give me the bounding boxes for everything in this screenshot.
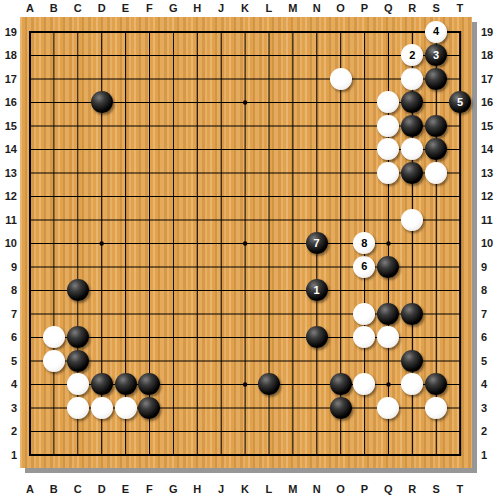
black-stone-C5 bbox=[67, 350, 89, 372]
coordinate-label: 12 bbox=[0, 185, 17, 209]
coordinate-label: 15 bbox=[481, 114, 498, 138]
white-stone-R17 bbox=[401, 68, 423, 90]
coordinate-label: A bbox=[18, 0, 42, 16]
coordinate-label: K bbox=[233, 481, 257, 497]
black-stone-R15 bbox=[401, 115, 423, 137]
coordinate-label: E bbox=[114, 481, 138, 497]
move-number-label: 8 bbox=[361, 238, 367, 249]
coordinate-label: 19 bbox=[0, 20, 17, 44]
move-number-label: 3 bbox=[433, 50, 439, 61]
coordinate-label: H bbox=[185, 0, 209, 16]
move-number-label: 4 bbox=[433, 26, 439, 37]
go-board-diagram: ABCDEFGHJKLMNOPQRST ABCDEFGHJKLMNOPQRST … bbox=[0, 0, 500, 500]
coordinate-label: S bbox=[424, 481, 448, 497]
coordinate-label: A bbox=[18, 481, 42, 497]
coordinate-label: 2 bbox=[481, 420, 498, 444]
coordinate-label: 18 bbox=[0, 44, 17, 68]
black-stone-N10: 7 bbox=[306, 232, 328, 254]
white-stone-Q16 bbox=[377, 91, 399, 113]
left-coordinate-labels: 19181716151413121110987654321 bbox=[0, 20, 17, 467]
coordinate-label: M bbox=[281, 0, 305, 16]
coordinate-label: K bbox=[233, 0, 257, 16]
coordinate-label: D bbox=[90, 0, 114, 16]
white-stone-O17 bbox=[330, 68, 352, 90]
coordinate-label: 3 bbox=[481, 396, 498, 420]
black-stone-O4 bbox=[330, 373, 352, 395]
white-stone-P4 bbox=[353, 373, 375, 395]
coordinate-label: C bbox=[66, 481, 90, 497]
coordinate-label: B bbox=[42, 481, 66, 497]
white-stone-Q15 bbox=[377, 115, 399, 137]
white-stone-S3 bbox=[425, 397, 447, 419]
coordinate-label: 15 bbox=[0, 114, 17, 138]
white-stone-S19: 4 bbox=[425, 21, 447, 43]
move-number-label: 1 bbox=[314, 285, 320, 296]
white-stone-B5 bbox=[43, 350, 65, 372]
coordinate-label: 8 bbox=[481, 279, 498, 303]
top-coordinate-labels: ABCDEFGHJKLMNOPQRST bbox=[18, 0, 473, 16]
coordinate-label: 9 bbox=[481, 255, 498, 279]
coordinate-label: 18 bbox=[481, 44, 498, 68]
black-stone-S15 bbox=[425, 115, 447, 137]
black-stone-N8: 1 bbox=[306, 279, 328, 301]
coordinate-label: 19 bbox=[481, 20, 498, 44]
coordinate-label: 7 bbox=[0, 302, 17, 326]
white-stone-R14 bbox=[401, 138, 423, 160]
coordinate-label: O bbox=[329, 0, 353, 16]
coordinate-label: E bbox=[114, 0, 138, 16]
coordinate-label: G bbox=[161, 0, 185, 16]
coordinate-label: J bbox=[209, 481, 233, 497]
black-stone-Q7 bbox=[377, 303, 399, 325]
black-stone-Q9 bbox=[377, 256, 399, 278]
coordinate-label: R bbox=[400, 0, 424, 16]
coordinate-label: 6 bbox=[481, 326, 498, 350]
black-stone-S18: 3 bbox=[425, 44, 447, 66]
white-stone-R18: 2 bbox=[401, 44, 423, 66]
coordinate-label: N bbox=[305, 481, 329, 497]
coordinate-label: 8 bbox=[0, 279, 17, 303]
coordinate-label: T bbox=[448, 0, 472, 16]
move-number-label: 7 bbox=[314, 238, 320, 249]
coordinate-label: 2 bbox=[0, 420, 17, 444]
white-stone-P10: 8 bbox=[353, 232, 375, 254]
black-stone-O3 bbox=[330, 397, 352, 419]
black-stone-R16 bbox=[401, 91, 423, 113]
black-stone-E4 bbox=[115, 373, 137, 395]
coordinate-label: H bbox=[185, 481, 209, 497]
black-stone-N6 bbox=[306, 326, 328, 348]
coordinate-label: P bbox=[352, 0, 376, 16]
bottom-coordinate-labels: ABCDEFGHJKLMNOPQRST bbox=[18, 481, 473, 497]
coordinate-label: 1 bbox=[481, 443, 498, 467]
coordinate-label: G bbox=[161, 481, 185, 497]
coordinate-label: L bbox=[257, 0, 281, 16]
coordinate-label: T bbox=[448, 481, 472, 497]
black-stone-D16 bbox=[91, 91, 113, 113]
white-stone-P6 bbox=[353, 326, 375, 348]
coordinate-label: Q bbox=[376, 481, 400, 497]
coordinate-label: 1 bbox=[0, 443, 17, 467]
coordinate-label: 14 bbox=[0, 138, 17, 162]
coordinate-label: 10 bbox=[481, 232, 498, 256]
black-stone-L4 bbox=[258, 373, 280, 395]
white-stone-R11 bbox=[401, 209, 423, 231]
coordinate-label: N bbox=[305, 0, 329, 16]
white-stone-Q3 bbox=[377, 397, 399, 419]
coordinate-label: 14 bbox=[481, 138, 498, 162]
coordinate-label: 12 bbox=[481, 185, 498, 209]
coordinate-label: 11 bbox=[481, 208, 498, 232]
coordinate-label: 17 bbox=[481, 67, 498, 91]
white-stone-E3 bbox=[115, 397, 137, 419]
coordinate-label: Q bbox=[376, 0, 400, 16]
coordinate-label: S bbox=[424, 0, 448, 16]
white-stone-Q6 bbox=[377, 326, 399, 348]
black-stone-R5 bbox=[401, 350, 423, 372]
black-stone-S4 bbox=[425, 373, 447, 395]
coordinate-label: B bbox=[42, 0, 66, 16]
move-number-label: 5 bbox=[457, 97, 463, 108]
black-stone-S17 bbox=[425, 68, 447, 90]
coordinate-label: M bbox=[281, 481, 305, 497]
coordinate-label: 11 bbox=[0, 208, 17, 232]
coordinate-label: 3 bbox=[0, 396, 17, 420]
black-stone-T16: 5 bbox=[449, 91, 471, 113]
coordinate-label: 17 bbox=[0, 67, 17, 91]
coordinate-label: F bbox=[137, 0, 161, 16]
coordinate-label: R bbox=[400, 481, 424, 497]
coordinate-label: 10 bbox=[0, 232, 17, 256]
coordinate-label: 7 bbox=[481, 302, 498, 326]
coordinate-label: D bbox=[90, 481, 114, 497]
coordinate-label: 4 bbox=[481, 373, 498, 397]
move-number-label: 6 bbox=[361, 261, 367, 272]
coordinate-label: L bbox=[257, 481, 281, 497]
coordinate-label: 4 bbox=[0, 373, 17, 397]
black-stone-D4 bbox=[91, 373, 113, 395]
white-stone-S13 bbox=[425, 162, 447, 184]
move-number-label: 2 bbox=[409, 50, 415, 61]
white-stone-P7 bbox=[353, 303, 375, 325]
coordinate-label: 13 bbox=[481, 161, 498, 185]
coordinate-label: 13 bbox=[0, 161, 17, 185]
white-stone-C3 bbox=[67, 397, 89, 419]
coordinate-label: 5 bbox=[0, 349, 17, 373]
white-stone-B6 bbox=[43, 326, 65, 348]
black-stone-F3 bbox=[138, 397, 160, 419]
coordinate-label: 16 bbox=[481, 91, 498, 115]
coordinate-label: 6 bbox=[0, 326, 17, 350]
white-stone-P9: 6 bbox=[353, 256, 375, 278]
black-stone-S14 bbox=[425, 138, 447, 160]
white-stone-Q14 bbox=[377, 138, 399, 160]
white-stone-D3 bbox=[91, 397, 113, 419]
white-stone-R4 bbox=[401, 373, 423, 395]
coordinate-label: P bbox=[352, 481, 376, 497]
black-stone-C8 bbox=[67, 279, 89, 301]
black-stone-R7 bbox=[401, 303, 423, 325]
right-coordinate-labels: 19181716151413121110987654321 bbox=[481, 20, 498, 467]
coordinate-label: C bbox=[66, 0, 90, 16]
coordinate-label: 9 bbox=[0, 255, 17, 279]
white-stone-Q13 bbox=[377, 162, 399, 184]
black-stone-R13 bbox=[401, 162, 423, 184]
coordinate-label: 5 bbox=[481, 349, 498, 373]
black-stone-F4 bbox=[138, 373, 160, 395]
coordinate-label: J bbox=[209, 0, 233, 16]
stones-layer: 13572468 bbox=[18, 20, 473, 467]
coordinate-label: F bbox=[137, 481, 161, 497]
coordinate-label: O bbox=[329, 481, 353, 497]
coordinate-label: 16 bbox=[0, 91, 17, 115]
black-stone-C6 bbox=[67, 326, 89, 348]
white-stone-C4 bbox=[67, 373, 89, 395]
